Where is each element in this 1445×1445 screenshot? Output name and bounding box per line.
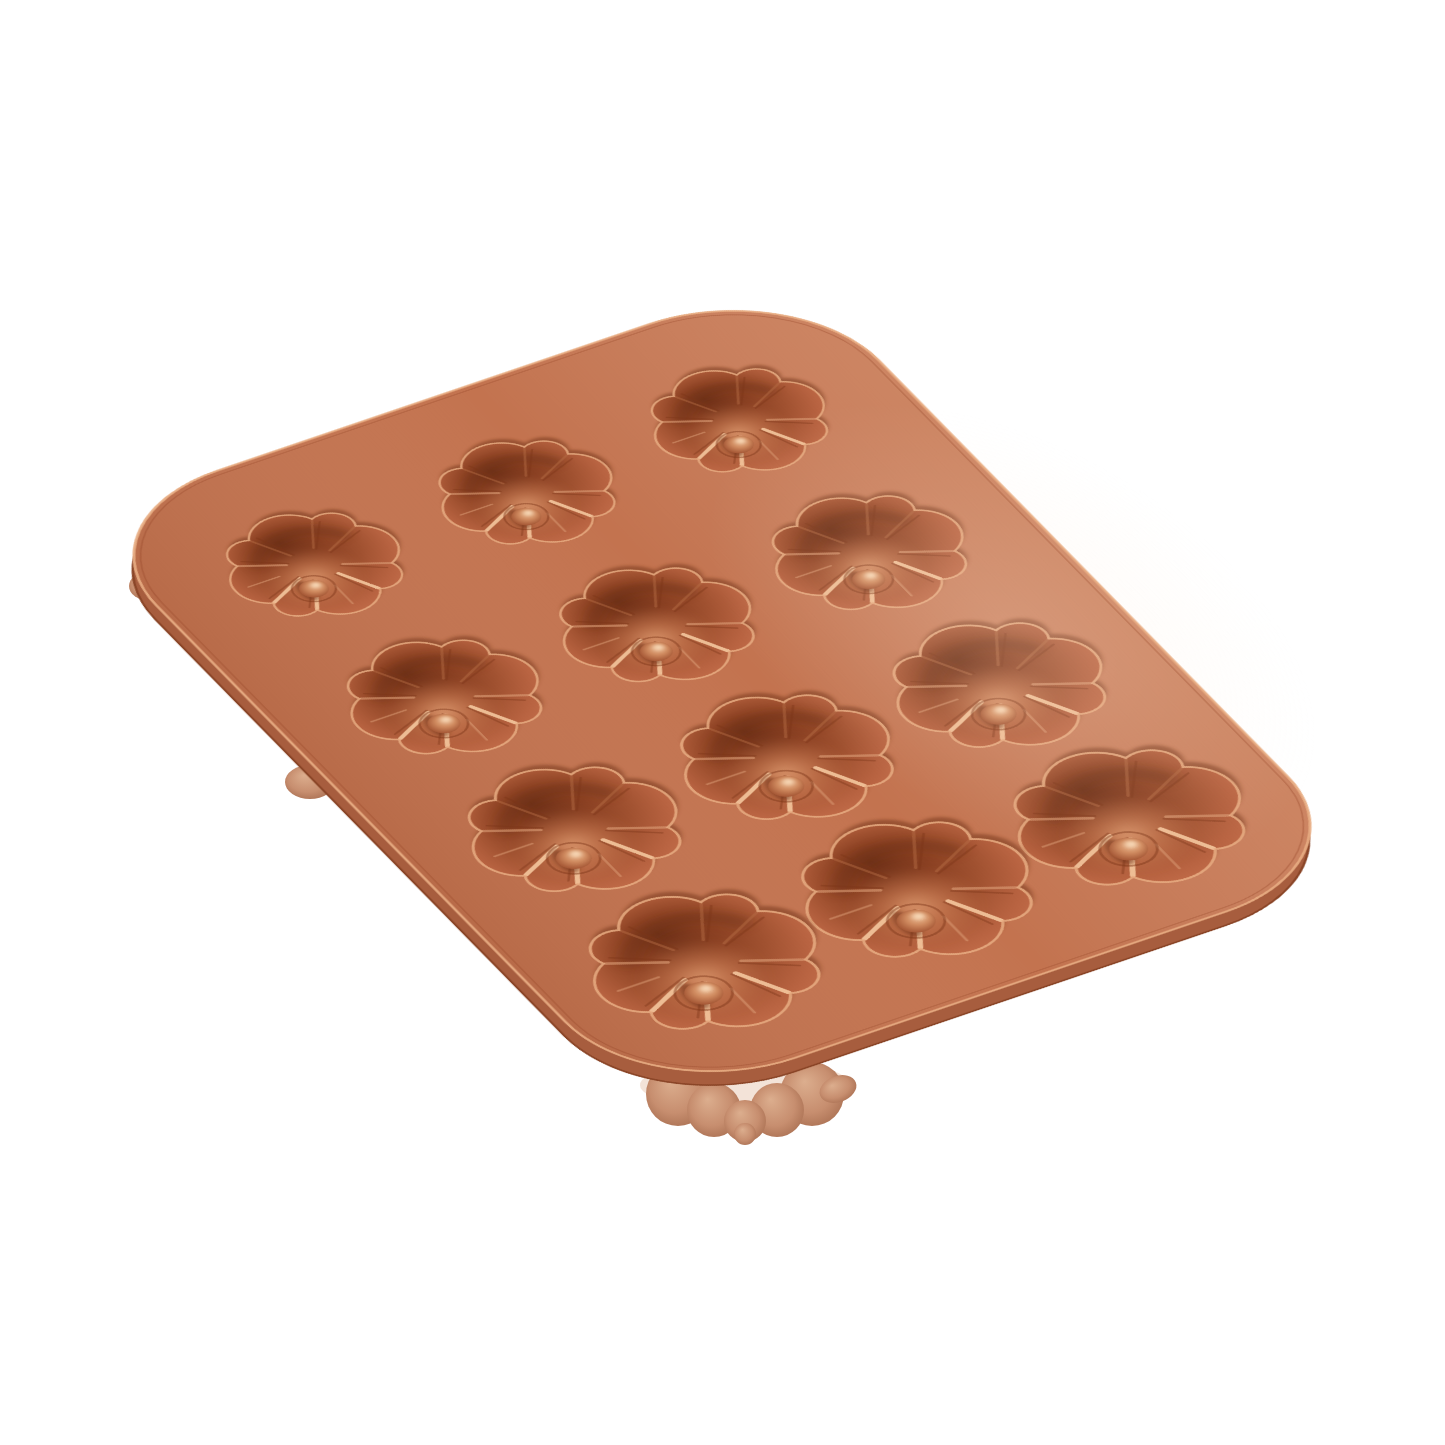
product-photo-stage (0, 0, 1445, 1445)
